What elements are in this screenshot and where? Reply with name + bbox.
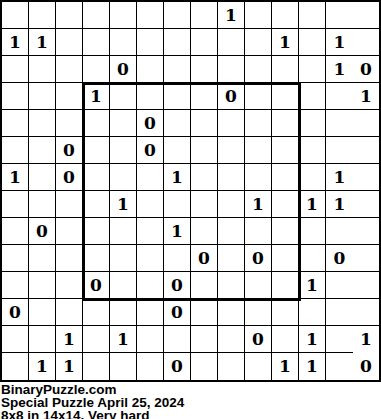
grid-cell[interactable] bbox=[2, 326, 29, 353]
grid-cell[interactable] bbox=[110, 353, 137, 380]
puzzle-caption: BinaryPuzzle.com Special Puzzle April 25… bbox=[0, 382, 381, 419]
grid-cell[interactable] bbox=[272, 2, 299, 29]
grid-cell[interactable] bbox=[137, 299, 164, 326]
grid-cell[interactable] bbox=[2, 353, 29, 380]
grid-cell[interactable] bbox=[191, 2, 218, 29]
grid-cell[interactable] bbox=[110, 110, 137, 137]
grid-cell[interactable] bbox=[191, 137, 218, 164]
grid-cell[interactable] bbox=[191, 83, 218, 110]
grid-cell[interactable] bbox=[56, 83, 83, 110]
grid-cell[interactable] bbox=[191, 29, 218, 56]
grid-cell[interactable] bbox=[83, 326, 110, 353]
grid-cell: 1 bbox=[29, 29, 56, 56]
grid-cell[interactable] bbox=[299, 56, 326, 83]
grid-cell[interactable] bbox=[272, 326, 299, 353]
grid-cell[interactable] bbox=[299, 2, 326, 29]
grid-cell[interactable] bbox=[29, 2, 56, 29]
grid-cell[interactable] bbox=[353, 137, 380, 164]
grid-cell[interactable] bbox=[326, 83, 353, 110]
grid-cell[interactable] bbox=[56, 299, 83, 326]
grid-cell[interactable] bbox=[110, 137, 137, 164]
grid-cell[interactable] bbox=[110, 164, 137, 191]
grid-cell[interactable] bbox=[29, 56, 56, 83]
grid-cell[interactable] bbox=[110, 299, 137, 326]
grid-cell[interactable] bbox=[56, 2, 83, 29]
grid-cell[interactable] bbox=[2, 245, 29, 272]
grid-cell[interactable] bbox=[272, 83, 299, 110]
grid-cell[interactable] bbox=[299, 218, 326, 245]
grid-cell[interactable] bbox=[353, 29, 380, 56]
grid-cell[interactable] bbox=[272, 272, 299, 299]
grid-cell: 0 bbox=[353, 56, 380, 83]
grid-cell[interactable] bbox=[83, 110, 110, 137]
grid-cell[interactable] bbox=[2, 218, 29, 245]
grid-cell[interactable] bbox=[56, 218, 83, 245]
grid-cell[interactable] bbox=[353, 218, 380, 245]
grid-cell[interactable] bbox=[353, 2, 380, 29]
grid-cell[interactable] bbox=[326, 110, 353, 137]
grid-cell[interactable] bbox=[272, 299, 299, 326]
grid-cell: 1 bbox=[2, 29, 29, 56]
grid-cell: 1 bbox=[110, 191, 137, 218]
grid-cell[interactable] bbox=[299, 299, 326, 326]
grid-cell[interactable] bbox=[137, 2, 164, 29]
grid-cell: 1 bbox=[299, 272, 326, 299]
grid-cell[interactable] bbox=[110, 29, 137, 56]
grid-cell[interactable] bbox=[164, 83, 191, 110]
binary-puzzle-board: 1111101010100010111111010000010011011110… bbox=[0, 0, 381, 382]
grid-cell[interactable] bbox=[191, 218, 218, 245]
grid-cell[interactable] bbox=[245, 83, 272, 110]
grid-cell: 1 bbox=[56, 326, 83, 353]
grid-cell[interactable] bbox=[137, 164, 164, 191]
grid-cell[interactable] bbox=[245, 299, 272, 326]
puzzle-difficulty: 8x8 in 14x14, Very hard bbox=[1, 409, 381, 419]
grid-cell: 1 bbox=[326, 29, 353, 56]
grid-cell: 0 bbox=[83, 272, 110, 299]
grid-cell[interactable] bbox=[218, 29, 245, 56]
grid-cell[interactable] bbox=[56, 110, 83, 137]
grid-cell: 0 bbox=[29, 218, 56, 245]
grid-cell[interactable] bbox=[83, 56, 110, 83]
grid-cell[interactable] bbox=[272, 191, 299, 218]
grid-cell: 0 bbox=[245, 245, 272, 272]
grid-cell[interactable] bbox=[164, 245, 191, 272]
grid-cell[interactable] bbox=[29, 164, 56, 191]
grid-cell[interactable] bbox=[191, 353, 218, 380]
grid-cell[interactable] bbox=[272, 218, 299, 245]
grid-cell[interactable] bbox=[29, 299, 56, 326]
grid-cell: 0 bbox=[110, 56, 137, 83]
grid-cell[interactable] bbox=[83, 299, 110, 326]
grid-cell[interactable] bbox=[164, 56, 191, 83]
grid-cell: 1 bbox=[2, 164, 29, 191]
grid-cell[interactable] bbox=[245, 272, 272, 299]
grid-cell[interactable] bbox=[299, 29, 326, 56]
grid-cell[interactable] bbox=[83, 137, 110, 164]
grid-cell[interactable] bbox=[191, 191, 218, 218]
grid-cell[interactable] bbox=[83, 245, 110, 272]
grid-cell[interactable] bbox=[218, 56, 245, 83]
grid-cell: 1 bbox=[164, 164, 191, 191]
grid-cell: 0 bbox=[326, 245, 353, 272]
grid-cell[interactable] bbox=[56, 56, 83, 83]
grid-cell: 1 bbox=[272, 29, 299, 56]
grid-cell[interactable] bbox=[272, 110, 299, 137]
grid-cell[interactable] bbox=[83, 218, 110, 245]
grid-cell[interactable] bbox=[245, 353, 272, 380]
grid-cell[interactable] bbox=[110, 272, 137, 299]
grid-cell: 1 bbox=[326, 56, 353, 83]
grid-cell[interactable] bbox=[245, 164, 272, 191]
grid-cell[interactable] bbox=[191, 326, 218, 353]
grid-cell[interactable] bbox=[326, 137, 353, 164]
grid-cell[interactable] bbox=[218, 326, 245, 353]
grid-cell[interactable] bbox=[2, 56, 29, 83]
grid-cell: 1 bbox=[326, 164, 353, 191]
grid-cell[interactable] bbox=[137, 56, 164, 83]
grid-cell[interactable] bbox=[164, 110, 191, 137]
grid-cell[interactable] bbox=[218, 245, 245, 272]
grid-cell[interactable] bbox=[353, 191, 380, 218]
grid-cell[interactable] bbox=[110, 245, 137, 272]
grid-cell: 0 bbox=[353, 353, 380, 380]
grid-cell[interactable] bbox=[29, 191, 56, 218]
grid-cell[interactable] bbox=[299, 110, 326, 137]
grid-cell[interactable] bbox=[272, 137, 299, 164]
grid-cell[interactable] bbox=[218, 164, 245, 191]
grid-cell[interactable] bbox=[245, 218, 272, 245]
grid-cell[interactable] bbox=[2, 2, 29, 29]
grid-cell: 0 bbox=[56, 164, 83, 191]
grid-cell[interactable] bbox=[299, 83, 326, 110]
grid-cell[interactable] bbox=[353, 164, 380, 191]
grid-cell[interactable] bbox=[164, 191, 191, 218]
grid-cell[interactable] bbox=[137, 272, 164, 299]
grid-cell[interactable] bbox=[191, 299, 218, 326]
grid-cell[interactable] bbox=[326, 2, 353, 29]
grid-cell[interactable] bbox=[83, 353, 110, 380]
grid-cell[interactable] bbox=[218, 272, 245, 299]
grid-cell[interactable] bbox=[137, 218, 164, 245]
grid-cell: 0 bbox=[56, 137, 83, 164]
grid-cell[interactable] bbox=[353, 299, 380, 326]
grid-cell[interactable] bbox=[218, 299, 245, 326]
grid-cell[interactable] bbox=[272, 56, 299, 83]
grid-cell[interactable] bbox=[353, 110, 380, 137]
grid-cell[interactable] bbox=[137, 245, 164, 272]
grid-cell[interactable] bbox=[299, 164, 326, 191]
grid-cell: 0 bbox=[137, 110, 164, 137]
grid-cell[interactable] bbox=[110, 218, 137, 245]
grid-cell: 0 bbox=[164, 272, 191, 299]
grid-cell[interactable] bbox=[164, 137, 191, 164]
grid-cell[interactable] bbox=[164, 29, 191, 56]
grid-cell[interactable] bbox=[56, 29, 83, 56]
grid-cell[interactable] bbox=[164, 326, 191, 353]
grid-cell[interactable] bbox=[137, 326, 164, 353]
grid-cell[interactable] bbox=[137, 29, 164, 56]
grid-cell[interactable] bbox=[218, 191, 245, 218]
grid-cell[interactable] bbox=[245, 110, 272, 137]
grid-cell[interactable] bbox=[83, 191, 110, 218]
grid-cell: 0 bbox=[137, 137, 164, 164]
grid-cell[interactable] bbox=[83, 164, 110, 191]
grid-cell[interactable] bbox=[56, 191, 83, 218]
grid-cell[interactable] bbox=[83, 29, 110, 56]
grid-cell: 1 bbox=[83, 83, 110, 110]
grid-cell[interactable] bbox=[29, 110, 56, 137]
grid-cell[interactable] bbox=[2, 110, 29, 137]
grid-cell[interactable] bbox=[245, 137, 272, 164]
grid-cell[interactable] bbox=[218, 218, 245, 245]
grid-cell: 0 bbox=[245, 326, 272, 353]
grid-cell[interactable] bbox=[191, 110, 218, 137]
grid-cell[interactable] bbox=[137, 353, 164, 380]
grid-cell[interactable] bbox=[245, 29, 272, 56]
grid-cell[interactable] bbox=[56, 245, 83, 272]
grid-cell[interactable] bbox=[353, 272, 380, 299]
grid-cell[interactable] bbox=[272, 245, 299, 272]
grid-cell[interactable] bbox=[326, 353, 353, 380]
grid-cell[interactable] bbox=[326, 218, 353, 245]
grid-cell[interactable] bbox=[2, 137, 29, 164]
grid-cell[interactable] bbox=[245, 2, 272, 29]
grid-cell[interactable] bbox=[326, 272, 353, 299]
grid-cell[interactable] bbox=[137, 83, 164, 110]
grid-cell[interactable] bbox=[29, 245, 56, 272]
grid-cell[interactable] bbox=[191, 272, 218, 299]
grid-cell[interactable] bbox=[353, 245, 380, 272]
grid-cell[interactable] bbox=[110, 2, 137, 29]
grid-cell: 1 bbox=[353, 83, 380, 110]
grid-cell[interactable] bbox=[2, 191, 29, 218]
grid-cell: 0 bbox=[191, 245, 218, 272]
puzzle-page: 1111101010100010111111010000010011011110… bbox=[0, 0, 381, 419]
grid-cell[interactable] bbox=[191, 56, 218, 83]
grid-cell[interactable] bbox=[299, 137, 326, 164]
grid-cell: 1 bbox=[164, 218, 191, 245]
grid-cell[interactable] bbox=[2, 272, 29, 299]
grid-cell: 1 bbox=[299, 353, 326, 380]
grid-cell[interactable] bbox=[2, 83, 29, 110]
grid-cell[interactable] bbox=[83, 2, 110, 29]
grid-cell: 0 bbox=[164, 299, 191, 326]
grid-cell[interactable] bbox=[218, 137, 245, 164]
grid-cell: 1 bbox=[353, 326, 380, 353]
grid-cell[interactable] bbox=[326, 326, 353, 353]
grid-cell[interactable] bbox=[29, 137, 56, 164]
grid-cell[interactable] bbox=[218, 110, 245, 137]
grid-cell[interactable] bbox=[56, 272, 83, 299]
grid-cell: 0 bbox=[2, 299, 29, 326]
grid-cell[interactable] bbox=[29, 83, 56, 110]
grid-cell: 1 bbox=[299, 191, 326, 218]
grid-cell[interactable] bbox=[191, 164, 218, 191]
grid-cell[interactable] bbox=[326, 299, 353, 326]
grid-cell[interactable] bbox=[164, 2, 191, 29]
grid-cell[interactable] bbox=[29, 326, 56, 353]
grid-cell[interactable] bbox=[29, 272, 56, 299]
grid-cell: 1 bbox=[245, 191, 272, 218]
grid-cell: 1 bbox=[326, 191, 353, 218]
grid-cell[interactable] bbox=[218, 353, 245, 380]
grid-cell[interactable] bbox=[110, 83, 137, 110]
grid-cell[interactable] bbox=[137, 191, 164, 218]
grid-cell: 1 bbox=[110, 326, 137, 353]
grid-cell: 1 bbox=[299, 326, 326, 353]
grid-cell: 1 bbox=[218, 2, 245, 29]
grid-cell: 1 bbox=[56, 353, 83, 380]
grid-cell: 1 bbox=[29, 353, 56, 380]
grid-cell[interactable] bbox=[299, 245, 326, 272]
grid-cell[interactable] bbox=[272, 164, 299, 191]
grid-cell: 0 bbox=[218, 83, 245, 110]
grid-cell: 1 bbox=[272, 353, 299, 380]
grid-cell[interactable] bbox=[245, 56, 272, 83]
grid-cell: 0 bbox=[164, 353, 191, 380]
